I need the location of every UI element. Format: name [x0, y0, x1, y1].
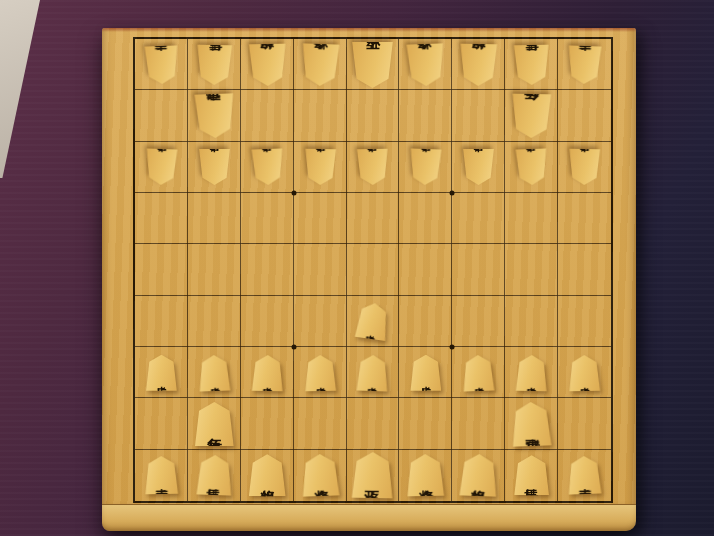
shogi-piece-rook-sente[interactable]: 飛車 [511, 401, 552, 446]
board-cell[interactable] [505, 296, 558, 347]
board-cell[interactable] [241, 193, 294, 244]
board-cell[interactable] [135, 296, 188, 347]
board-cell[interactable] [452, 296, 505, 347]
board-cell[interactable] [188, 296, 241, 347]
board-cell[interactable]: 桂馬 [188, 39, 241, 90]
shogi-piece-pawn-sente[interactable]: 歩兵 [357, 354, 389, 391]
board-cell[interactable] [399, 296, 452, 347]
piece-wrap: 歩兵 [410, 149, 442, 186]
piece-wrap: 歩兵 [463, 354, 495, 391]
piece-wrap: 歩兵 [304, 149, 336, 186]
board-cell[interactable] [135, 244, 188, 295]
piece-wrap: 角行 [512, 94, 552, 139]
piece-wrap: 歩兵 [199, 149, 230, 185]
shogi-piece-bishop-gote[interactable]: 角行 [512, 94, 552, 139]
board-cell[interactable] [505, 193, 558, 244]
board-cell[interactable] [294, 398, 347, 449]
shogi-piece-silver-gote[interactable]: 銀将 [460, 43, 498, 86]
board-cell[interactable] [452, 90, 505, 141]
board-cell[interactable]: 歩兵 [135, 142, 188, 193]
piece-wrap: 玉将 [352, 42, 393, 88]
shogi-piece-pawn-gote[interactable]: 歩兵 [516, 149, 548, 186]
piece-wrap: 金将 [407, 43, 445, 86]
shogi-piece-pawn-gote[interactable]: 歩兵 [569, 149, 601, 186]
board-cell[interactable]: 角行 [188, 398, 241, 449]
shogi-piece-pawn-gote[interactable]: 歩兵 [145, 149, 177, 186]
shogi-piece-pawn-sente[interactable]: 歩兵 [251, 354, 283, 391]
piece-wrap: 歩兵 [357, 354, 389, 391]
piece-wrap: 銀将 [248, 43, 286, 86]
board-cell[interactable] [558, 90, 611, 141]
board-cell[interactable] [452, 244, 505, 295]
board-cell[interactable]: 歩兵 [188, 142, 241, 193]
piece-wrap: 飛車 [194, 93, 235, 138]
piece-wrap: 銀将 [460, 454, 498, 497]
board-cell[interactable]: 金将 [399, 39, 452, 90]
board-cell[interactable]: 歩兵 [241, 347, 294, 398]
board-cell[interactable]: 歩兵 [135, 347, 188, 398]
piece-wrap: 金将 [301, 43, 339, 86]
board-cell[interactable]: 歩兵 [347, 142, 400, 193]
piece-wrap: 飛車 [511, 401, 552, 446]
shogi-piece-pawn-sente[interactable]: 歩兵 [516, 354, 548, 391]
board-cell[interactable] [294, 244, 347, 295]
board-cell[interactable]: 香車 [558, 39, 611, 90]
board-cell[interactable] [452, 193, 505, 244]
piece-wrap: 歩兵 [251, 354, 283, 391]
shogi-piece-silver-sente[interactable]: 銀将 [249, 454, 286, 496]
piece-wrap: 歩兵 [410, 355, 441, 391]
board-cell[interactable] [558, 398, 611, 449]
board-cell[interactable]: 歩兵 [505, 347, 558, 398]
shogi-piece-rook-gote[interactable]: 飛車 [194, 93, 235, 138]
board-cell[interactable]: 桂馬 [505, 39, 558, 90]
shogi-piece-pawn-gote[interactable]: 歩兵 [463, 149, 494, 185]
board-surface: 香車桂馬銀将金将玉将金将銀将桂馬香車飛車角行歩兵歩兵歩兵歩兵歩兵歩兵歩兵歩兵歩兵… [102, 28, 636, 505]
star-point [450, 344, 455, 349]
board-cell[interactable]: 歩兵 [452, 142, 505, 193]
board-cell[interactable]: 銀将 [241, 39, 294, 90]
piece-wrap: 歩兵 [355, 301, 391, 341]
board-cell[interactable] [135, 193, 188, 244]
board-cell[interactable] [452, 398, 505, 449]
board-cell[interactable]: 金将 [294, 450, 347, 501]
piece-wrap: 角行 [195, 402, 234, 446]
board-cell[interactable]: 金将 [399, 450, 452, 501]
board-cell[interactable]: 香車 [135, 39, 188, 90]
piece-wrap: 金将 [301, 454, 339, 497]
shogi-piece-knight-gote[interactable]: 桂馬 [514, 44, 550, 85]
shogi-piece-pawn-sente[interactable]: 歩兵 [146, 355, 177, 391]
board-cell[interactable]: 歩兵 [188, 347, 241, 398]
board-cell[interactable] [558, 244, 611, 295]
piece-wrap: 歩兵 [145, 149, 177, 186]
shogi-piece-gold-gote[interactable]: 金将 [407, 43, 445, 86]
star-point [291, 190, 296, 195]
board-cell[interactable]: 歩兵 [294, 347, 347, 398]
piece-wrap: 歩兵 [198, 354, 230, 391]
shogi-piece-silver-sente[interactable]: 銀将 [460, 454, 498, 497]
board-cell[interactable] [347, 193, 400, 244]
shogi-piece-knight-sente[interactable]: 桂馬 [196, 455, 232, 496]
piece-wrap: 桂馬 [514, 44, 550, 85]
board-cell[interactable] [294, 193, 347, 244]
shogi-piece-pawn-gote[interactable]: 歩兵 [251, 149, 283, 186]
board-cell[interactable] [399, 244, 452, 295]
shogi-piece-king-gote[interactable]: 玉将 [352, 42, 393, 88]
board-cell[interactable] [399, 90, 452, 141]
board-cell[interactable] [505, 244, 558, 295]
board-cell[interactable] [399, 193, 452, 244]
board-cell[interactable]: 歩兵 [558, 347, 611, 398]
board-cell[interactable]: 玉将 [347, 39, 400, 90]
piece-wrap: 歩兵 [569, 354, 601, 391]
shogi-piece-pawn-gote[interactable]: 歩兵 [410, 149, 442, 186]
piece-wrap: 香車 [144, 45, 178, 84]
board-cell[interactable] [135, 398, 188, 449]
shogi-piece-lance-gote[interactable]: 香車 [567, 45, 601, 84]
shogi-piece-knight-gote[interactable]: 桂馬 [196, 44, 232, 85]
board-cell[interactable]: 歩兵 [294, 142, 347, 193]
piece-wrap: 歩兵 [251, 149, 283, 186]
shogi-piece-knight-sente[interactable]: 桂馬 [514, 455, 549, 495]
piece-wrap: 銀将 [249, 454, 286, 496]
shogi-piece-pawn-sente[interactable]: 歩兵 [463, 354, 495, 391]
piece-wrap: 歩兵 [516, 354, 548, 391]
shogi-piece-pawn-sente[interactable]: 歩兵 [569, 354, 601, 391]
piece-wrap: 歩兵 [357, 149, 389, 186]
board-cell[interactable]: 飛車 [505, 398, 558, 449]
piece-wrap: 桂馬 [196, 455, 232, 496]
piece-wrap: 香車 [567, 45, 601, 84]
board-cell[interactable] [558, 296, 611, 347]
shogi-piece-king-sente[interactable]: 王将 [352, 452, 394, 499]
board-cell[interactable]: 歩兵 [399, 347, 452, 398]
piece-wrap: 歩兵 [146, 355, 177, 391]
shogi-piece-gold-gote[interactable]: 金将 [301, 43, 339, 86]
board-cell[interactable] [399, 398, 452, 449]
board-cell[interactable] [188, 193, 241, 244]
board-cell[interactable] [241, 398, 294, 449]
board-cell[interactable]: 桂馬 [505, 450, 558, 501]
shogi-board: 香車桂馬銀将金将玉将金将銀将桂馬香車飛車角行歩兵歩兵歩兵歩兵歩兵歩兵歩兵歩兵歩兵… [102, 28, 636, 531]
board-cell[interactable]: 銀将 [241, 450, 294, 501]
board-cell[interactable]: 香車 [135, 450, 188, 501]
board-cell[interactable]: 歩兵 [505, 142, 558, 193]
shogi-piece-pawn-sente[interactable]: 歩兵 [410, 355, 441, 391]
board-cell[interactable]: 歩兵 [399, 142, 452, 193]
board-cell[interactable]: 歩兵 [347, 347, 400, 398]
board-cell[interactable] [347, 244, 400, 295]
board-cell[interactable] [241, 244, 294, 295]
piece-wrap: 桂馬 [514, 455, 549, 495]
star-point [291, 344, 296, 349]
board-cell[interactable]: 歩兵 [452, 347, 505, 398]
shogi-piece-pawn-sente[interactable]: 歩兵 [355, 301, 391, 341]
piece-wrap: 桂馬 [196, 44, 232, 85]
board-cell[interactable]: 歩兵 [558, 142, 611, 193]
board-cell[interactable] [347, 90, 400, 141]
piece-wrap: 歩兵 [569, 149, 601, 186]
board-cell[interactable]: 桂馬 [188, 450, 241, 501]
board-cell[interactable]: 金将 [294, 39, 347, 90]
board-cell[interactable] [241, 90, 294, 141]
board-cell[interactable] [294, 296, 347, 347]
board-cell[interactable]: 歩兵 [347, 296, 400, 347]
board-cell[interactable] [294, 90, 347, 141]
board-cell[interactable] [241, 296, 294, 347]
board-cell[interactable] [347, 398, 400, 449]
piece-wrap: 香車 [145, 456, 179, 495]
shogi-piece-pawn-gote[interactable]: 歩兵 [304, 149, 336, 186]
shogi-piece-silver-gote[interactable]: 銀将 [248, 43, 286, 86]
shogi-piece-gold-sente[interactable]: 金将 [407, 454, 445, 497]
board-cell[interactable] [558, 193, 611, 244]
board-cell[interactable]: 銀将 [452, 450, 505, 501]
piece-wrap: 歩兵 [304, 354, 336, 391]
board-cell[interactable] [135, 90, 188, 141]
board-cell[interactable]: 飛車 [188, 90, 241, 141]
board-cell[interactable]: 王将 [347, 450, 400, 501]
shogi-piece-pawn-sente[interactable]: 歩兵 [304, 354, 336, 391]
piece-wrap: 金将 [407, 454, 445, 497]
shogi-piece-bishop-sente[interactable]: 角行 [195, 402, 234, 446]
shogi-piece-gold-sente[interactable]: 金将 [301, 454, 339, 497]
piece-wrap: 歩兵 [463, 149, 494, 185]
piece-wrap: 銀将 [460, 43, 498, 86]
piece-wrap: 香車 [567, 456, 601, 495]
shogi-piece-lance-gote[interactable]: 香車 [144, 45, 178, 84]
board-cell[interactable]: 銀将 [452, 39, 505, 90]
shogi-piece-lance-sente[interactable]: 香車 [145, 456, 179, 495]
piece-wrap: 歩兵 [516, 149, 548, 186]
piece-wrap: 王将 [352, 452, 394, 499]
board-cell[interactable]: 香車 [558, 450, 611, 501]
wall-corner [0, 0, 40, 178]
board-cell[interactable]: 歩兵 [241, 142, 294, 193]
shogi-piece-pawn-gote[interactable]: 歩兵 [357, 149, 389, 186]
board-cell[interactable]: 角行 [505, 90, 558, 141]
shogi-piece-pawn-gote[interactable]: 歩兵 [199, 149, 230, 185]
board-cell[interactable] [188, 244, 241, 295]
star-point [450, 190, 455, 195]
shogi-piece-lance-sente[interactable]: 香車 [567, 456, 601, 495]
shogi-piece-pawn-sente[interactable]: 歩兵 [198, 354, 230, 391]
board-front-edge [102, 504, 636, 531]
board-grid: 香車桂馬銀将金将玉将金将銀将桂馬香車飛車角行歩兵歩兵歩兵歩兵歩兵歩兵歩兵歩兵歩兵… [133, 37, 613, 503]
